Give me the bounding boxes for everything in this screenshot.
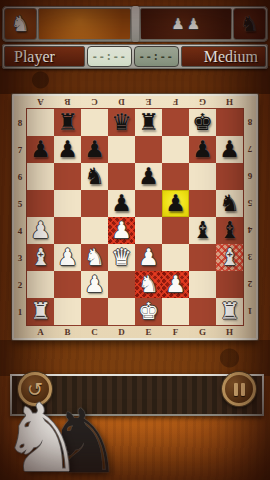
rank-labels-right: 87654321 xyxy=(244,108,256,326)
file-labels-top: ABCDEFGH xyxy=(26,96,244,108)
square-e6[interactable]: ♟ xyxy=(135,163,162,190)
square-a4[interactable]: ♟ xyxy=(27,217,54,244)
square-h2[interactable] xyxy=(216,271,243,298)
square-a2[interactable] xyxy=(27,271,54,298)
coord-label: B xyxy=(54,326,81,338)
upper-dark-wood-strip xyxy=(0,66,270,94)
coord-label: H xyxy=(216,96,243,108)
black-player-icon-box: ♞ xyxy=(233,8,266,40)
square-a5[interactable] xyxy=(27,190,54,217)
square-b3[interactable]: ♟ xyxy=(54,244,81,271)
coord-label: E xyxy=(135,326,162,338)
board-grid: ♜♛♜♚♟♟♟♟♟♞♟♟♟♞♟♟♝♝♝♟♞♛♟♝♟♞♟♜♚♜ xyxy=(26,108,244,326)
square-f2[interactable]: ♟ xyxy=(162,271,189,298)
coord-label: 5 xyxy=(14,190,26,217)
square-h7[interactable]: ♟ xyxy=(216,136,243,163)
black-pawn: ♟ xyxy=(111,192,132,215)
coord-label: G xyxy=(189,96,216,108)
square-f4[interactable] xyxy=(162,217,189,244)
square-b7[interactable]: ♟ xyxy=(54,136,81,163)
black-pawn: ♟ xyxy=(57,138,78,161)
square-h1[interactable]: ♜ xyxy=(216,298,243,325)
black-knight-icon: ♞ xyxy=(240,14,259,35)
coord-label: E xyxy=(135,96,162,108)
coord-label: 5 xyxy=(244,190,256,217)
square-f6[interactable] xyxy=(162,163,189,190)
square-b8[interactable]: ♜ xyxy=(54,109,81,136)
coord-label: H xyxy=(216,326,243,338)
square-g5[interactable] xyxy=(189,190,216,217)
square-d4[interactable]: ♟ xyxy=(108,217,135,244)
chess-board: ABCDEFGH 87654321 ♜♛♜♚♟♟♟♟♟♞♟♟♟♞♟♟♝♝♝♟♞♛… xyxy=(12,94,258,340)
coord-label: 3 xyxy=(244,244,256,271)
black-bishop: ♝ xyxy=(192,219,213,242)
captured-pieces-bar: ♞ ♟♟ ♞ xyxy=(2,6,268,42)
black-rook: ♜ xyxy=(138,111,159,134)
coord-label: F xyxy=(162,96,189,108)
white-knight-icon: ♞ xyxy=(11,14,30,35)
square-c6[interactable]: ♞ xyxy=(81,163,108,190)
square-c3[interactable]: ♞ xyxy=(81,244,108,271)
square-f3[interactable] xyxy=(162,244,189,271)
coord-label: B xyxy=(54,96,81,108)
black-pawn: ♟ xyxy=(138,165,159,188)
square-e5[interactable] xyxy=(135,190,162,217)
status-bar: Player --:-- --:-- Medium xyxy=(2,44,268,69)
square-b4[interactable] xyxy=(54,217,81,244)
square-e3[interactable]: ♟ xyxy=(135,244,162,271)
square-g7[interactable]: ♟ xyxy=(189,136,216,163)
pause-icon xyxy=(234,383,245,396)
white-pawn: ♟ xyxy=(187,17,200,32)
square-h4[interactable]: ♝ xyxy=(216,217,243,244)
square-c7[interactable]: ♟ xyxy=(81,136,108,163)
white-bishop: ♝ xyxy=(219,246,240,269)
black-bishop: ♝ xyxy=(219,219,240,242)
square-d2[interactable] xyxy=(108,271,135,298)
black-king: ♚ xyxy=(192,111,213,134)
black-knight: ♞ xyxy=(219,192,240,215)
black-captured-tray: ♟♟ xyxy=(140,8,233,40)
square-f1[interactable] xyxy=(162,298,189,325)
coord-label: 8 xyxy=(244,109,256,136)
square-a8[interactable] xyxy=(27,109,54,136)
player-label: Player xyxy=(14,48,55,66)
opponent-name-panel: Medium xyxy=(181,46,266,67)
square-e8[interactable]: ♜ xyxy=(135,109,162,136)
square-a7[interactable]: ♟ xyxy=(27,136,54,163)
pause-button[interactable] xyxy=(222,372,256,406)
square-g6[interactable] xyxy=(189,163,216,190)
square-g3[interactable] xyxy=(189,244,216,271)
black-pawn: ♟ xyxy=(30,138,51,161)
coord-label: 1 xyxy=(244,298,256,325)
coord-label: 7 xyxy=(244,136,256,163)
square-e1[interactable]: ♚ xyxy=(135,298,162,325)
square-g8[interactable]: ♚ xyxy=(189,109,216,136)
coord-label: 2 xyxy=(14,271,26,298)
coord-label: A xyxy=(27,96,54,108)
opponent-clock-value: --:-- xyxy=(139,51,174,62)
square-e7[interactable] xyxy=(135,136,162,163)
coord-label: 8 xyxy=(14,109,26,136)
square-a6[interactable] xyxy=(27,163,54,190)
square-h3[interactable]: ♝ xyxy=(216,244,243,271)
lower-dark-wood-strip xyxy=(0,340,270,376)
coord-label: 6 xyxy=(14,163,26,190)
square-b6[interactable] xyxy=(54,163,81,190)
white-pawn: ♟ xyxy=(171,17,184,32)
square-c5[interactable] xyxy=(81,190,108,217)
square-g1[interactable] xyxy=(189,298,216,325)
coord-label: 7 xyxy=(14,136,26,163)
difficulty-label: Medium xyxy=(204,48,258,66)
coord-label: 6 xyxy=(244,163,256,190)
player-clock: --:-- xyxy=(87,46,132,67)
square-f7[interactable] xyxy=(162,136,189,163)
white-rook: ♜ xyxy=(30,300,51,323)
square-e2[interactable]: ♞ xyxy=(135,271,162,298)
white-captured-tray xyxy=(38,8,131,40)
white-king: ♚ xyxy=(138,300,159,323)
square-e4[interactable] xyxy=(135,217,162,244)
coord-label: A xyxy=(27,326,54,338)
white-knight: ♞ xyxy=(138,273,159,296)
black-pawn: ♟ xyxy=(165,192,186,215)
white-knight: ♞ xyxy=(84,246,105,269)
white-bishop: ♝ xyxy=(30,246,51,269)
coord-label: 4 xyxy=(244,217,256,244)
coord-label: F xyxy=(162,326,189,338)
white-pawn: ♟ xyxy=(165,273,186,296)
white-pawn: ♟ xyxy=(111,219,132,242)
tray-divider-ornament xyxy=(132,6,139,42)
coord-label: D xyxy=(108,96,135,108)
chess-app: ♞ ♟♟ ♞ Player --:-- --:-- Medium ABCDEFG… xyxy=(0,0,270,480)
coord-label: D xyxy=(108,326,135,338)
black-queen: ♛ xyxy=(111,111,132,134)
square-b2[interactable] xyxy=(54,271,81,298)
black-pawn: ♟ xyxy=(192,138,213,161)
square-d1[interactable] xyxy=(108,298,135,325)
opponent-clock: --:-- xyxy=(134,46,179,67)
square-d7[interactable] xyxy=(108,136,135,163)
white-player-icon-box: ♞ xyxy=(4,8,37,40)
undo-arrow-icon: ↺ xyxy=(27,380,43,399)
black-rook: ♜ xyxy=(57,111,78,134)
square-d6[interactable] xyxy=(108,163,135,190)
file-labels-bottom: ABCDEFGH xyxy=(26,326,244,338)
square-h8[interactable] xyxy=(216,109,243,136)
square-d8[interactable]: ♛ xyxy=(108,109,135,136)
white-queen: ♛ xyxy=(111,246,132,269)
square-c4[interactable] xyxy=(81,217,108,244)
player-clock-value: --:-- xyxy=(92,51,127,62)
square-d5[interactable]: ♟ xyxy=(108,190,135,217)
square-a3[interactable]: ♝ xyxy=(27,244,54,271)
coord-label: 4 xyxy=(14,217,26,244)
coord-label: 1 xyxy=(14,298,26,325)
square-h6[interactable] xyxy=(216,163,243,190)
square-g4[interactable]: ♝ xyxy=(189,217,216,244)
coord-label: C xyxy=(81,96,108,108)
white-pawn: ♟ xyxy=(84,273,105,296)
square-c2[interactable]: ♟ xyxy=(81,271,108,298)
black-pawn: ♟ xyxy=(219,138,240,161)
square-g2[interactable] xyxy=(189,271,216,298)
black-pawn: ♟ xyxy=(84,138,105,161)
coord-label: 3 xyxy=(14,244,26,271)
player-name-panel: Player xyxy=(4,46,85,67)
white-pawn: ♟ xyxy=(138,246,159,269)
undo-button[interactable]: ↺ xyxy=(18,372,52,406)
white-pawn: ♟ xyxy=(57,246,78,269)
square-f8[interactable] xyxy=(162,109,189,136)
square-c8[interactable] xyxy=(81,109,108,136)
black-knight: ♞ xyxy=(84,165,105,188)
square-a1[interactable]: ♜ xyxy=(27,298,54,325)
white-rook: ♜ xyxy=(219,300,240,323)
square-c1[interactable] xyxy=(81,298,108,325)
rank-labels-left: 87654321 xyxy=(14,108,26,326)
coord-label: G xyxy=(189,326,216,338)
square-b5[interactable] xyxy=(54,190,81,217)
square-d3[interactable]: ♛ xyxy=(108,244,135,271)
square-f5[interactable]: ♟ xyxy=(162,190,189,217)
coord-label: C xyxy=(81,326,108,338)
square-b1[interactable] xyxy=(54,298,81,325)
coord-label: 2 xyxy=(244,271,256,298)
white-pawn: ♟ xyxy=(30,219,51,242)
square-h5[interactable]: ♞ xyxy=(216,190,243,217)
